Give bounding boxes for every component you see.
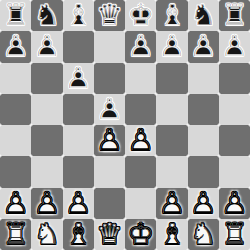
white-pawn-fill-glyph: ♟ xyxy=(156,188,187,219)
black-pawn-fill-glyph: ♟ xyxy=(156,31,187,62)
black-bishop-outline-glyph: ♗ xyxy=(63,0,94,31)
black-pawn-fill-glyph: ♟ xyxy=(188,31,219,62)
white-queen: ♛♕ xyxy=(94,219,125,250)
white-pawn: ♟♙ xyxy=(31,188,62,219)
black-bishop-fill-glyph: ♝ xyxy=(156,0,187,31)
black-knight-outline-glyph: ♘ xyxy=(31,0,62,31)
square-f8[interactable]: ♝♗ xyxy=(156,0,187,31)
square-c5[interactable] xyxy=(63,94,94,125)
white-rook: ♜♖ xyxy=(219,219,250,250)
white-bishop-fill-glyph: ♝ xyxy=(156,219,187,250)
square-c6[interactable]: ♟♙ xyxy=(63,63,94,94)
square-b8[interactable]: ♞♘ xyxy=(31,0,62,31)
square-f1[interactable]: ♝♗ xyxy=(156,219,187,250)
square-e8[interactable]: ♚♔ xyxy=(125,0,156,31)
white-pawn-fill-glyph: ♟ xyxy=(125,125,156,156)
white-bishop-outline-glyph: ♗ xyxy=(156,219,187,250)
white-pawn: ♟♙ xyxy=(156,188,187,219)
square-d1[interactable]: ♛♕ xyxy=(94,219,125,250)
square-a8[interactable]: ♜♖ xyxy=(0,0,31,31)
white-rook-fill-glyph: ♜ xyxy=(219,219,250,250)
white-rook-outline-glyph: ♖ xyxy=(219,219,250,250)
black-knight: ♞♘ xyxy=(31,0,62,31)
square-c1[interactable]: ♝♗ xyxy=(63,219,94,250)
white-pawn: ♟♙ xyxy=(188,188,219,219)
white-pawn-outline-glyph: ♙ xyxy=(219,188,250,219)
black-bishop-fill-glyph: ♝ xyxy=(63,0,94,31)
square-f5[interactable] xyxy=(156,94,187,125)
black-queen: ♛♕ xyxy=(94,0,125,31)
black-pawn-fill-glyph: ♟ xyxy=(63,63,94,94)
white-pawn-fill-glyph: ♟ xyxy=(63,188,94,219)
white-pawn-fill-glyph: ♟ xyxy=(219,188,250,219)
white-pawn: ♟♙ xyxy=(0,188,31,219)
white-bishop-fill-glyph: ♝ xyxy=(63,219,94,250)
black-pawn-fill-glyph: ♟ xyxy=(31,31,62,62)
square-d3[interactable] xyxy=(94,156,125,187)
square-d2[interactable] xyxy=(94,188,125,219)
white-pawn: ♟♙ xyxy=(125,125,156,156)
white-king-fill-glyph: ♚ xyxy=(125,219,156,250)
black-pawn-outline-glyph: ♙ xyxy=(219,31,250,62)
black-bishop: ♝♗ xyxy=(63,0,94,31)
white-queen-outline-glyph: ♕ xyxy=(94,219,125,250)
square-f2[interactable]: ♟♙ xyxy=(156,188,187,219)
square-a4[interactable] xyxy=(0,125,31,156)
square-g8[interactable]: ♞♘ xyxy=(188,0,219,31)
square-e3[interactable] xyxy=(125,156,156,187)
square-f4[interactable] xyxy=(156,125,187,156)
white-pawn: ♟♙ xyxy=(219,188,250,219)
square-h6[interactable] xyxy=(219,63,250,94)
black-pawn-fill-glyph: ♟ xyxy=(94,94,125,125)
black-pawn: ♟♙ xyxy=(219,31,250,62)
black-king-fill-glyph: ♚ xyxy=(125,0,156,31)
square-h1[interactable]: ♜♖ xyxy=(219,219,250,250)
white-rook-outline-glyph: ♖ xyxy=(0,219,31,250)
white-pawn-outline-glyph: ♙ xyxy=(125,125,156,156)
white-pawn-fill-glyph: ♟ xyxy=(31,188,62,219)
white-pawn-fill-glyph: ♟ xyxy=(0,188,31,219)
square-g1[interactable]: ♞♘ xyxy=(188,219,219,250)
white-queen-fill-glyph: ♛ xyxy=(94,219,125,250)
square-g7[interactable]: ♟♙ xyxy=(188,31,219,62)
white-knight-outline-glyph: ♘ xyxy=(31,219,62,250)
white-knight: ♞♘ xyxy=(31,219,62,250)
square-b3[interactable] xyxy=(31,156,62,187)
white-pawn-fill-glyph: ♟ xyxy=(94,125,125,156)
square-g5[interactable] xyxy=(188,94,219,125)
square-b7[interactable]: ♟♙ xyxy=(31,31,62,62)
black-pawn-outline-glyph: ♙ xyxy=(0,31,31,62)
black-bishop: ♝♗ xyxy=(156,0,187,31)
black-pawn-outline-glyph: ♙ xyxy=(188,31,219,62)
square-h7[interactable]: ♟♙ xyxy=(219,31,250,62)
square-d8[interactable]: ♛♕ xyxy=(94,0,125,31)
square-b6[interactable] xyxy=(31,63,62,94)
black-pawn-outline-glyph: ♙ xyxy=(94,94,125,125)
black-knight-outline-glyph: ♘ xyxy=(188,0,219,31)
black-knight-fill-glyph: ♞ xyxy=(31,0,62,31)
black-pawn: ♟♙ xyxy=(63,63,94,94)
square-d7[interactable] xyxy=(94,31,125,62)
white-rook-fill-glyph: ♜ xyxy=(0,219,31,250)
white-king: ♚♔ xyxy=(125,219,156,250)
square-e4[interactable]: ♟♙ xyxy=(125,125,156,156)
square-d5[interactable]: ♟♙ xyxy=(94,94,125,125)
square-a7[interactable]: ♟♙ xyxy=(0,31,31,62)
white-rook: ♜♖ xyxy=(0,219,31,250)
square-b1[interactable]: ♞♘ xyxy=(31,219,62,250)
black-pawn: ♟♙ xyxy=(0,31,31,62)
black-pawn: ♟♙ xyxy=(31,31,62,62)
square-b5[interactable] xyxy=(31,94,62,125)
white-pawn: ♟♙ xyxy=(94,125,125,156)
square-h3[interactable] xyxy=(219,156,250,187)
square-c2[interactable]: ♟♙ xyxy=(63,188,94,219)
black-king: ♚♔ xyxy=(125,0,156,31)
black-pawn: ♟♙ xyxy=(125,31,156,62)
white-bishop-outline-glyph: ♗ xyxy=(63,219,94,250)
black-king-outline-glyph: ♔ xyxy=(125,0,156,31)
black-queen-outline-glyph: ♕ xyxy=(94,0,125,31)
black-pawn-fill-glyph: ♟ xyxy=(0,31,31,62)
square-c7[interactable] xyxy=(63,31,94,62)
square-f6[interactable] xyxy=(156,63,187,94)
black-pawn-outline-glyph: ♙ xyxy=(63,63,94,94)
black-rook: ♜♖ xyxy=(0,0,31,31)
square-a3[interactable] xyxy=(0,156,31,187)
square-g2[interactable]: ♟♙ xyxy=(188,188,219,219)
black-rook-fill-glyph: ♜ xyxy=(219,0,250,31)
square-h8[interactable]: ♜♖ xyxy=(219,0,250,31)
black-rook: ♜♖ xyxy=(219,0,250,31)
black-rook-fill-glyph: ♜ xyxy=(0,0,31,31)
square-h5[interactable] xyxy=(219,94,250,125)
square-f7[interactable]: ♟♙ xyxy=(156,31,187,62)
black-rook-outline-glyph: ♖ xyxy=(0,0,31,31)
square-e2[interactable] xyxy=(125,188,156,219)
white-knight-fill-glyph: ♞ xyxy=(188,219,219,250)
white-pawn-outline-glyph: ♙ xyxy=(94,125,125,156)
white-king-outline-glyph: ♔ xyxy=(125,219,156,250)
square-d6[interactable] xyxy=(94,63,125,94)
white-knight: ♞♘ xyxy=(188,219,219,250)
square-e6[interactable] xyxy=(125,63,156,94)
black-knight-fill-glyph: ♞ xyxy=(188,0,219,31)
black-rook-outline-glyph: ♖ xyxy=(219,0,250,31)
black-pawn: ♟♙ xyxy=(156,31,187,62)
white-pawn-outline-glyph: ♙ xyxy=(31,188,62,219)
black-pawn-outline-glyph: ♙ xyxy=(31,31,62,62)
white-bishop: ♝♗ xyxy=(63,219,94,250)
square-c8[interactable]: ♝♗ xyxy=(63,0,94,31)
black-pawn: ♟♙ xyxy=(94,94,125,125)
white-knight-fill-glyph: ♞ xyxy=(31,219,62,250)
white-pawn-outline-glyph: ♙ xyxy=(156,188,187,219)
black-queen-fill-glyph: ♛ xyxy=(94,0,125,31)
square-b2[interactable]: ♟♙ xyxy=(31,188,62,219)
square-b4[interactable] xyxy=(31,125,62,156)
chess-board: ♜♖♞♘♝♗♛♕♚♔♝♗♞♘♜♖♟♙♟♙♟♙♟♙♟♙♟♙♟♙♟♙♟♙♟♙♟♙♟♙… xyxy=(0,0,250,250)
white-pawn-outline-glyph: ♙ xyxy=(188,188,219,219)
square-a6[interactable] xyxy=(0,63,31,94)
black-pawn-fill-glyph: ♟ xyxy=(125,31,156,62)
white-pawn-outline-glyph: ♙ xyxy=(63,188,94,219)
square-h4[interactable] xyxy=(219,125,250,156)
black-pawn: ♟♙ xyxy=(188,31,219,62)
square-g4[interactable] xyxy=(188,125,219,156)
white-pawn-outline-glyph: ♙ xyxy=(0,188,31,219)
square-g6[interactable] xyxy=(188,63,219,94)
square-d4[interactable]: ♟♙ xyxy=(94,125,125,156)
square-g3[interactable] xyxy=(188,156,219,187)
square-e5[interactable] xyxy=(125,94,156,125)
square-a2[interactable]: ♟♙ xyxy=(0,188,31,219)
white-knight-outline-glyph: ♘ xyxy=(188,219,219,250)
square-e7[interactable]: ♟♙ xyxy=(125,31,156,62)
black-knight: ♞♘ xyxy=(188,0,219,31)
square-h2[interactable]: ♟♙ xyxy=(219,188,250,219)
black-pawn-outline-glyph: ♙ xyxy=(125,31,156,62)
black-pawn-outline-glyph: ♙ xyxy=(156,31,187,62)
square-e1[interactable]: ♚♔ xyxy=(125,219,156,250)
square-a5[interactable] xyxy=(0,94,31,125)
white-pawn: ♟♙ xyxy=(63,188,94,219)
square-a1[interactable]: ♜♖ xyxy=(0,219,31,250)
white-bishop: ♝♗ xyxy=(156,219,187,250)
square-f3[interactable] xyxy=(156,156,187,187)
black-bishop-outline-glyph: ♗ xyxy=(156,0,187,31)
square-c4[interactable] xyxy=(63,125,94,156)
square-c3[interactable] xyxy=(63,156,94,187)
white-pawn-fill-glyph: ♟ xyxy=(188,188,219,219)
black-pawn-fill-glyph: ♟ xyxy=(219,31,250,62)
